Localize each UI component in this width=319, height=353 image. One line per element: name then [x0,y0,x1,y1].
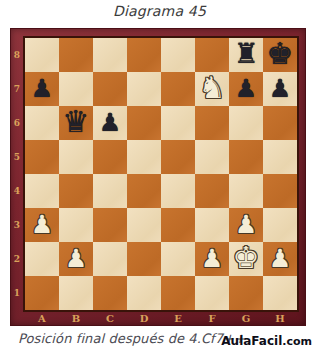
square-e3 [161,208,195,242]
square-b1 [59,276,93,310]
rank-label-7: 7 [11,72,23,106]
square-h8: ♚ [263,38,297,72]
white-pawn: ♟ [235,212,257,237]
white-pawn: ♟ [31,212,53,237]
file-label-b: B [59,312,93,327]
square-b6: ♛ [59,106,93,140]
square-b8 [59,38,93,72]
black-rook: ♜ [233,40,258,68]
square-g7: ♟ [229,72,263,106]
rank-label-3: 3 [11,208,23,242]
chess-board-frame: 87654321 ♜♚♟♞♟♟♛♟♟♟♟♟♚♟ ABCDEFGH [10,28,306,326]
file-label-h: H [263,312,297,327]
square-g4 [229,174,263,208]
file-label-d: D [127,312,161,327]
board-grid: ♜♚♟♞♟♟♛♟♟♟♟♟♚♟ [23,36,299,312]
square-c5 [93,140,127,174]
square-f6 [195,106,229,140]
brand-watermark: AulaFacil.com [221,334,312,348]
square-g1 [229,276,263,310]
square-f1 [195,276,229,310]
square-e8 [161,38,195,72]
square-d8 [127,38,161,72]
file-label-g: G [229,312,263,327]
brand-tld: .com [282,335,312,348]
square-e5 [161,140,195,174]
white-pawn: ♟ [201,246,223,271]
square-a5 [25,140,59,174]
black-pawn: ♟ [31,76,53,101]
white-knight: ♞ [199,73,226,103]
square-h2: ♟ [263,242,297,276]
square-c4 [93,174,127,208]
square-a1 [25,276,59,310]
rank-label-5: 5 [11,140,23,174]
square-g2: ♚ [229,242,263,276]
square-d5 [127,140,161,174]
square-h4 [263,174,297,208]
rank-label-8: 8 [11,38,23,72]
square-d2 [127,242,161,276]
square-h6 [263,106,297,140]
black-queen: ♛ [63,107,90,137]
square-f8 [195,38,229,72]
square-f3 [195,208,229,242]
square-b2: ♟ [59,242,93,276]
file-label-f: F [195,312,229,327]
square-a3: ♟ [25,208,59,242]
square-h7: ♟ [263,72,297,106]
square-g8: ♜ [229,38,263,72]
square-c8 [93,38,127,72]
square-c2 [93,242,127,276]
square-a4 [25,174,59,208]
square-e7 [161,72,195,106]
square-a8 [25,38,59,72]
square-c3 [93,208,127,242]
square-b3 [59,208,93,242]
file-label-e: E [161,312,195,327]
square-f7: ♞ [195,72,229,106]
rank-label-2: 2 [11,242,23,276]
white-pawn: ♟ [269,246,291,271]
square-c6: ♟ [93,106,127,140]
square-f2: ♟ [195,242,229,276]
white-king: ♚ [233,243,260,273]
square-d4 [127,174,161,208]
chess-diagram-page: Diagrama 45 87654321 ♜♚♟♞♟♟♛♟♟♟♟♟♚♟ ABCD… [0,0,319,353]
square-d3 [127,208,161,242]
square-f5 [195,140,229,174]
black-pawn: ♟ [235,76,257,101]
rank-label-4: 4 [11,174,23,208]
square-e1 [161,276,195,310]
square-b4 [59,174,93,208]
square-g6 [229,106,263,140]
diagram-title: Diagrama 45 [0,3,319,19]
square-h1 [263,276,297,310]
square-d6 [127,106,161,140]
square-g3: ♟ [229,208,263,242]
square-c1 [93,276,127,310]
rank-label-6: 6 [11,106,23,140]
square-a6 [25,106,59,140]
black-pawn: ♟ [269,76,291,101]
square-h3 [263,208,297,242]
square-a2 [25,242,59,276]
square-b5 [59,140,93,174]
square-f4 [195,174,229,208]
black-king: ♚ [267,39,294,69]
square-e4 [161,174,195,208]
rank-label-1: 1 [11,276,23,310]
square-h5 [263,140,297,174]
file-label-c: C [93,312,127,327]
black-pawn: ♟ [99,110,121,135]
square-d1 [127,276,161,310]
square-d7 [127,72,161,106]
square-a7: ♟ [25,72,59,106]
file-labels: ABCDEFGH [25,312,297,327]
rank-labels: 87654321 [11,38,23,310]
square-c7 [93,72,127,106]
square-e2 [161,242,195,276]
square-b7 [59,72,93,106]
square-e6 [161,106,195,140]
white-pawn: ♟ [65,246,87,271]
brand-name: AulaFacil [221,334,282,348]
diagram-caption: Posición final después de 4.Cf7++ [18,331,245,346]
square-g5 [229,140,263,174]
file-label-a: A [25,312,59,327]
